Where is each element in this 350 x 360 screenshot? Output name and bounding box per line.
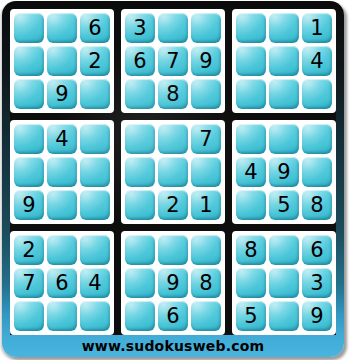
cell-r9c4[interactable] [125, 301, 155, 331]
given-digit: 2 [88, 51, 101, 72]
cell-r9c9[interactable]: 9 [302, 301, 332, 331]
cell-r3c2[interactable]: 9 [47, 79, 77, 109]
given-digit: 8 [199, 273, 212, 294]
cell-r3c6[interactable] [191, 79, 221, 109]
given-digit: 5 [277, 195, 290, 216]
site-url-label: www.sudokusweb.com [2, 338, 344, 357]
cell-r3c4[interactable] [125, 79, 155, 109]
given-digit: 8 [166, 84, 179, 105]
given-digit: 3 [310, 273, 323, 294]
cell-r9c7[interactable]: 5 [236, 301, 266, 331]
cell-r7c3[interactable] [80, 235, 110, 265]
cell-r6c5[interactable]: 2 [158, 190, 188, 220]
cell-r7c9[interactable]: 6 [302, 235, 332, 265]
given-digit: 9 [22, 195, 35, 216]
cell-r2c8[interactable] [269, 46, 299, 76]
cell-r3c1[interactable] [14, 79, 44, 109]
given-digit: 9 [199, 51, 212, 72]
cell-r8c5[interactable]: 9 [158, 268, 188, 298]
given-digit: 4 [55, 129, 68, 150]
cell-r9c5[interactable]: 6 [158, 301, 188, 331]
cell-r8c4[interactable] [125, 268, 155, 298]
cell-r8c9[interactable]: 3 [302, 268, 332, 298]
cell-r3c3[interactable] [80, 79, 110, 109]
cell-r2c1[interactable] [14, 46, 44, 76]
cell-r5c2[interactable] [47, 157, 77, 187]
sudoku-widget: 6293679814497214958276498686359 www.sudo… [2, 1, 344, 357]
cell-r6c9[interactable]: 8 [302, 190, 332, 220]
given-digit: 9 [310, 306, 323, 327]
cell-r4c2[interactable]: 4 [47, 124, 77, 154]
cell-r4c1[interactable] [14, 124, 44, 154]
cell-r8c8[interactable] [269, 268, 299, 298]
cell-r2c3[interactable]: 2 [80, 46, 110, 76]
given-digit: 9 [277, 162, 290, 183]
sudoku-board: 6293679814497214958276498686359 [10, 9, 336, 335]
cell-r1c9[interactable]: 1 [302, 13, 332, 43]
cell-r1c7[interactable] [236, 13, 266, 43]
block-3-2: 986 [121, 231, 225, 335]
given-digit: 1 [199, 195, 212, 216]
cell-r6c6[interactable]: 1 [191, 190, 221, 220]
block-1-1: 629 [10, 9, 114, 113]
given-digit: 3 [133, 18, 146, 39]
cell-r4c7[interactable] [236, 124, 266, 154]
cell-r8c7[interactable] [236, 268, 266, 298]
given-digit: 6 [55, 273, 68, 294]
given-digit: 1 [310, 18, 323, 39]
cell-r6c3[interactable] [80, 190, 110, 220]
cell-r2c4[interactable]: 6 [125, 46, 155, 76]
cell-r1c6[interactable] [191, 13, 221, 43]
cell-r9c6[interactable] [191, 301, 221, 331]
cell-r6c8[interactable]: 5 [269, 190, 299, 220]
block-3-3: 86359 [232, 231, 336, 335]
cell-r2c6[interactable]: 9 [191, 46, 221, 76]
cell-r7c8[interactable] [269, 235, 299, 265]
given-digit: 5 [244, 306, 257, 327]
cell-r3c9[interactable] [302, 79, 332, 109]
given-digit: 4 [244, 162, 257, 183]
given-digit: 4 [310, 51, 323, 72]
cell-r2c5[interactable]: 7 [158, 46, 188, 76]
cell-r9c1[interactable] [14, 301, 44, 331]
given-digit: 7 [166, 51, 179, 72]
block-2-3: 4958 [232, 120, 336, 224]
cell-r5c1[interactable] [14, 157, 44, 187]
cell-r5c3[interactable] [80, 157, 110, 187]
cell-r8c2[interactable]: 6 [47, 268, 77, 298]
block-1-3: 14 [232, 9, 336, 113]
block-2-1: 49 [10, 120, 114, 224]
cell-r8c3[interactable]: 4 [80, 268, 110, 298]
cell-r4c5[interactable] [158, 124, 188, 154]
given-digit: 6 [166, 306, 179, 327]
given-digit: 8 [244, 240, 257, 261]
cell-r8c6[interactable]: 8 [191, 268, 221, 298]
given-digit: 2 [166, 195, 179, 216]
cell-r1c5[interactable] [158, 13, 188, 43]
given-digit: 6 [88, 18, 101, 39]
cell-r3c7[interactable] [236, 79, 266, 109]
cell-r5c6[interactable] [191, 157, 221, 187]
cell-r4c4[interactable] [125, 124, 155, 154]
given-digit: 2 [22, 240, 35, 261]
cell-r1c8[interactable] [269, 13, 299, 43]
cell-r2c9[interactable]: 4 [302, 46, 332, 76]
cell-r5c7[interactable]: 4 [236, 157, 266, 187]
cell-r6c4[interactable] [125, 190, 155, 220]
cell-r7c7[interactable]: 8 [236, 235, 266, 265]
cell-r7c2[interactable] [47, 235, 77, 265]
given-digit: 6 [133, 51, 146, 72]
cell-r1c4[interactable]: 3 [125, 13, 155, 43]
cell-r5c9[interactable] [302, 157, 332, 187]
cell-r6c7[interactable] [236, 190, 266, 220]
cell-r7c1[interactable]: 2 [14, 235, 44, 265]
given-digit: 7 [22, 273, 35, 294]
cell-r9c8[interactable] [269, 301, 299, 331]
given-digit: 7 [199, 129, 212, 150]
given-digit: 9 [166, 273, 179, 294]
cell-r3c5[interactable]: 8 [158, 79, 188, 109]
block-3-1: 2764 [10, 231, 114, 335]
cell-r9c2[interactable] [47, 301, 77, 331]
cell-r5c8[interactable]: 9 [269, 157, 299, 187]
cell-r7c4[interactable] [125, 235, 155, 265]
cell-r7c5[interactable] [158, 235, 188, 265]
cell-r1c2[interactable] [47, 13, 77, 43]
cell-r1c3[interactable]: 6 [80, 13, 110, 43]
given-digit: 6 [310, 240, 323, 261]
given-digit: 8 [310, 195, 323, 216]
block-1-2: 36798 [121, 9, 225, 113]
cell-r4c3[interactable] [80, 124, 110, 154]
cell-r5c5[interactable] [158, 157, 188, 187]
cell-r4c8[interactable] [269, 124, 299, 154]
block-2-2: 721 [121, 120, 225, 224]
cell-r4c9[interactable] [302, 124, 332, 154]
cell-r3c8[interactable] [269, 79, 299, 109]
cell-r6c1[interactable]: 9 [14, 190, 44, 220]
cell-r8c1[interactable]: 7 [14, 268, 44, 298]
cell-r1c1[interactable] [14, 13, 44, 43]
cell-r7c6[interactable] [191, 235, 221, 265]
cell-r9c3[interactable] [80, 301, 110, 331]
cell-r2c2[interactable] [47, 46, 77, 76]
given-digit: 9 [55, 84, 68, 105]
cell-r6c2[interactable] [47, 190, 77, 220]
cell-r5c4[interactable] [125, 157, 155, 187]
cell-r2c7[interactable] [236, 46, 266, 76]
given-digit: 4 [88, 273, 101, 294]
cell-r4c6[interactable]: 7 [191, 124, 221, 154]
